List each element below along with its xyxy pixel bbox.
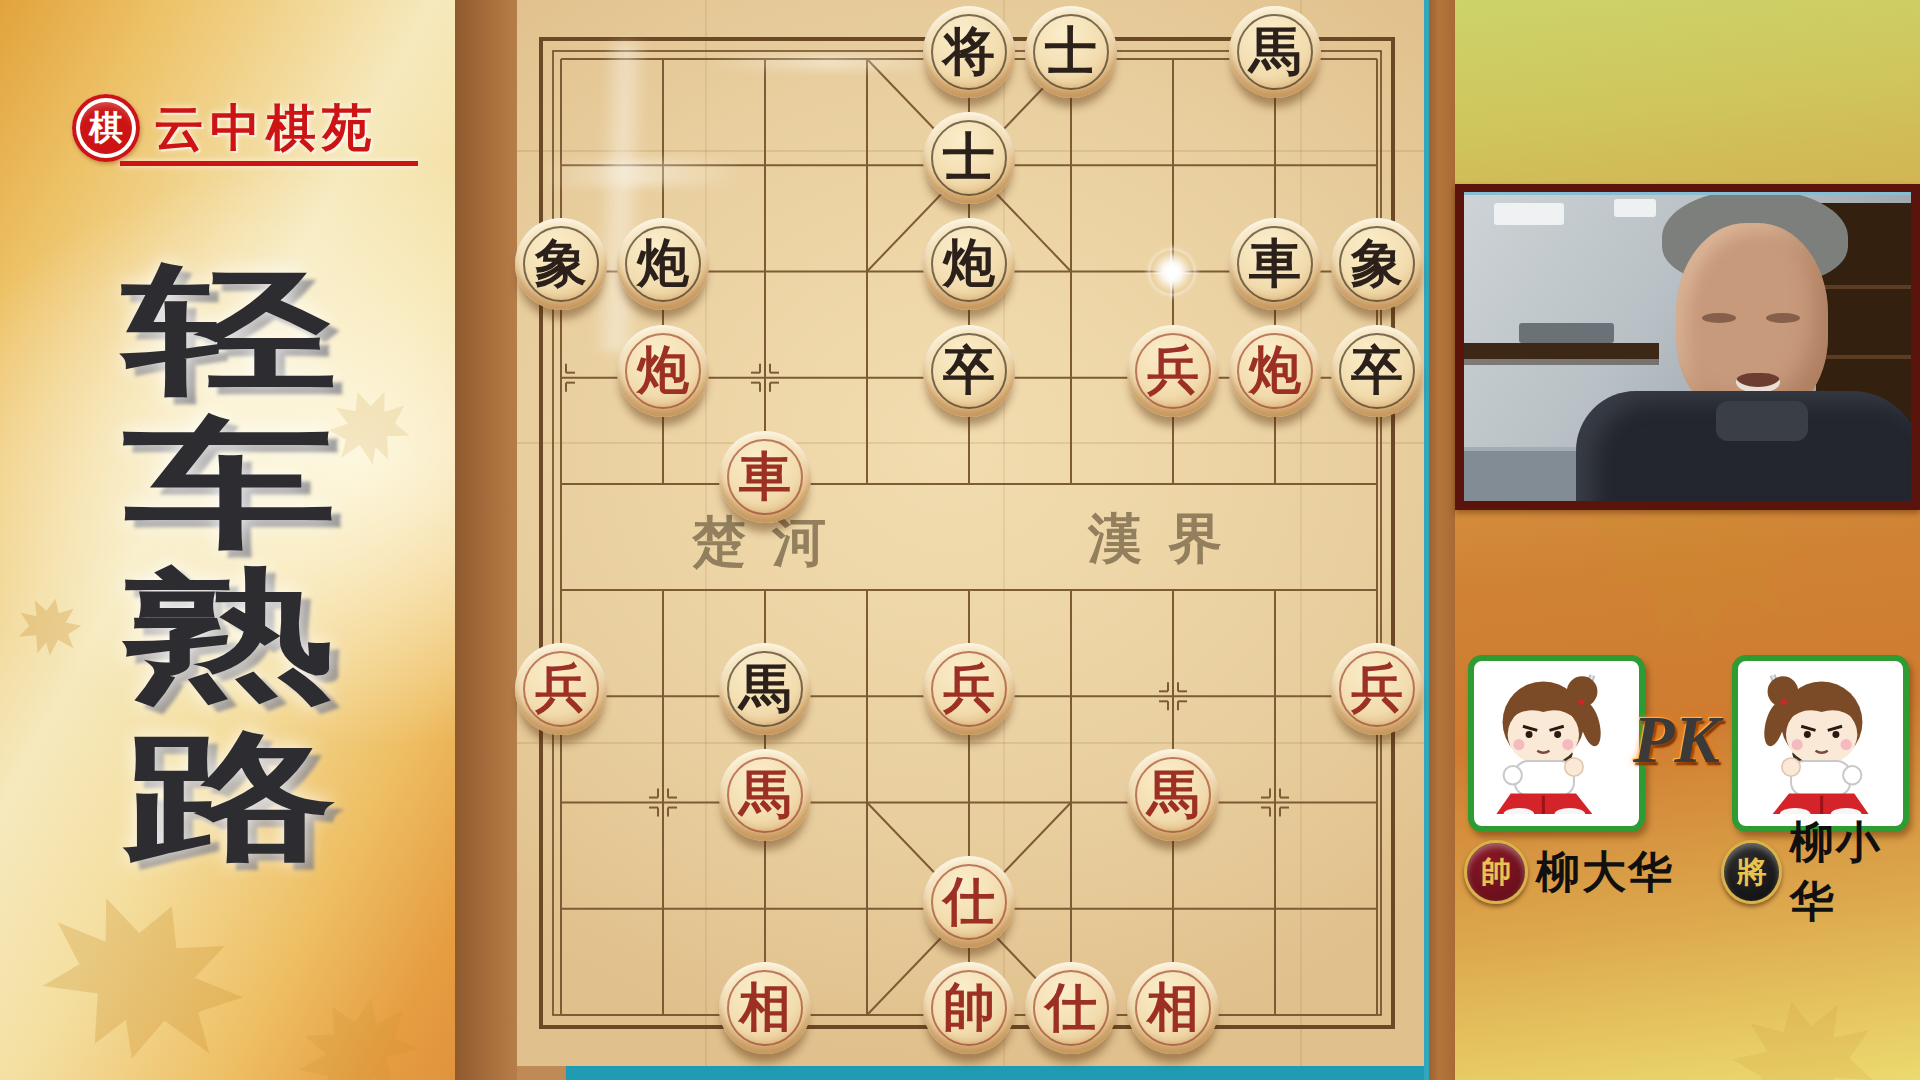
title-char-2: 车 <box>44 411 416 561</box>
player-red-name: 柳大华 <box>1536 843 1674 902</box>
player-black-row: 將 柳小华 <box>1721 841 1920 903</box>
red-general-badge: 帥 <box>1464 840 1528 904</box>
piece-red-車[interactable]: 車 <box>719 431 811 523</box>
title-char-3: 熟 <box>44 561 416 711</box>
piece-red-兵[interactable]: 兵 <box>923 643 1015 735</box>
piece-red-相[interactable]: 相 <box>1127 962 1219 1054</box>
column-divider <box>1429 0 1455 1080</box>
shelf-line <box>1816 355 1911 359</box>
piece-glyph: 卒 <box>1351 345 1403 397</box>
piece-glyph: 馬 <box>739 769 791 821</box>
piece-red-相[interactable]: 相 <box>719 962 811 1054</box>
maple-leaf-decor <box>15 869 264 1080</box>
piece-black-馬[interactable]: 馬 <box>1229 6 1321 98</box>
player-avatar-red <box>1468 655 1645 832</box>
pk-versus-label: PK <box>1633 700 1733 790</box>
move-highlight-sparkle <box>1150 250 1194 294</box>
channel-logo: 棋 云中棋苑 <box>72 93 378 163</box>
piece-black-馬[interactable]: 馬 <box>719 643 811 735</box>
piece-glyph: 相 <box>739 982 791 1034</box>
maple-leaf-decor <box>1723 987 1887 1080</box>
piece-red-馬[interactable]: 馬 <box>719 749 811 841</box>
piece-black-象[interactable]: 象 <box>1331 218 1423 310</box>
person-eye <box>1766 313 1800 323</box>
ceiling-light <box>1614 199 1656 217</box>
piece-glyph: 炮 <box>637 238 689 290</box>
piece-red-帥[interactable]: 帥 <box>923 962 1015 1054</box>
piece-black-卒[interactable]: 卒 <box>923 325 1015 417</box>
piece-glyph: 兵 <box>1351 663 1403 715</box>
piece-red-炮[interactable]: 炮 <box>617 325 709 417</box>
piece-glyph: 馬 <box>1249 26 1301 78</box>
piece-glyph: 馬 <box>1147 769 1199 821</box>
left-banner-panel: 棋 云中棋苑 轻 车 熟 路 <box>0 0 455 1080</box>
piece-glyph: 帥 <box>943 982 995 1034</box>
piece-glyph: 炮 <box>637 345 689 397</box>
piece-red-仕[interactable]: 仕 <box>1025 962 1117 1054</box>
video-bottom-bar <box>566 1066 1424 1080</box>
logo-seal-char: 棋 <box>89 105 123 151</box>
piece-glyph: 卒 <box>943 345 995 397</box>
title-char-1: 轻 <box>44 256 416 406</box>
person-mouth <box>1736 373 1780 393</box>
xiangqi-board[interactable]: 将士馬士象炮炮車象炮卒兵炮卒車兵馬兵兵馬馬仕相帥仕相 <box>510 6 1428 1068</box>
wood-edge-band <box>455 0 517 1080</box>
piece-glyph: 炮 <box>943 238 995 290</box>
player-red-row: 帥 柳大华 <box>1464 841 1674 903</box>
piece-glyph: 兵 <box>943 663 995 715</box>
black-general-badge: 將 <box>1721 840 1782 904</box>
piece-glyph: 兵 <box>1147 345 1199 397</box>
piece-red-馬[interactable]: 馬 <box>1127 749 1219 841</box>
person-eye <box>1702 313 1736 323</box>
piece-glyph: 将 <box>943 26 995 78</box>
piece-glyph: 車 <box>739 451 791 503</box>
piece-red-仕[interactable]: 仕 <box>923 856 1015 948</box>
piece-glyph: 炮 <box>1249 345 1301 397</box>
piece-glyph: 象 <box>535 238 587 290</box>
webcam-video <box>1464 195 1911 501</box>
piece-glyph: 仕 <box>943 876 995 928</box>
piece-black-炮[interactable]: 炮 <box>617 218 709 310</box>
person-collar <box>1716 401 1808 441</box>
piece-glyph: 馬 <box>739 663 791 715</box>
piece-glyph: 象 <box>1351 238 1403 290</box>
piece-red-兵[interactable]: 兵 <box>1331 643 1423 735</box>
piece-glyph: 相 <box>1147 982 1199 1034</box>
shelf-line <box>1816 285 1911 289</box>
logo-underline <box>120 161 418 166</box>
title-char-4: 路 <box>44 723 416 873</box>
ceiling-light <box>1494 203 1564 225</box>
stream-frame: 棋 云中棋苑 轻 车 熟 路 楚河 漢界 将士馬士象炮炮車象炮卒兵炮卒車兵馬兵兵… <box>0 0 1920 1080</box>
piece-black-炮[interactable]: 炮 <box>923 218 1015 310</box>
piece-black-象[interactable]: 象 <box>515 218 607 310</box>
piece-black-士[interactable]: 士 <box>923 112 1015 204</box>
piece-black-士[interactable]: 士 <box>1025 6 1117 98</box>
piece-glyph: 士 <box>943 132 995 184</box>
piece-red-兵[interactable]: 兵 <box>1127 325 1219 417</box>
studio-name: 云中棋苑 <box>154 95 378 162</box>
piece-black-卒[interactable]: 卒 <box>1331 325 1423 417</box>
commentator-webcam <box>1455 184 1920 510</box>
player-avatar-black <box>1732 655 1909 832</box>
logo-seal-icon: 棋 <box>72 94 140 162</box>
piece-glyph: 仕 <box>1045 982 1097 1034</box>
maple-leaf-decor <box>281 977 440 1080</box>
piece-black-将[interactable]: 将 <box>923 6 1015 98</box>
piece-glyph: 車 <box>1249 238 1301 290</box>
piece-glyph: 士 <box>1045 26 1097 78</box>
wall-shelf <box>1464 343 1659 359</box>
webcam-top-line <box>1464 192 1911 195</box>
shelf-items <box>1519 323 1614 343</box>
piece-glyph: 兵 <box>535 663 587 715</box>
piece-red-兵[interactable]: 兵 <box>515 643 607 735</box>
piece-black-車[interactable]: 車 <box>1229 218 1321 310</box>
player-black-name: 柳小华 <box>1790 813 1920 931</box>
piece-red-炮[interactable]: 炮 <box>1229 325 1321 417</box>
right-panel: PK 帥 柳大华 將 柳小华 <box>1455 0 1920 1080</box>
